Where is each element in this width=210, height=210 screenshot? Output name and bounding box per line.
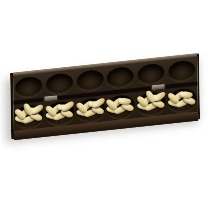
pit-bottom-3[interactable] (76, 97, 105, 123)
oware-board (10, 53, 200, 139)
pit-top-1[interactable] (15, 76, 42, 99)
pit-top-4[interactable] (107, 66, 134, 89)
pit-bottom-1[interactable] (14, 103, 43, 129)
pit-top-2[interactable] (46, 72, 73, 95)
pit-bottom-6[interactable] (168, 87, 197, 113)
pit-bottom-4[interactable] (106, 94, 135, 120)
pit-top-6[interactable] (168, 60, 195, 83)
pit-bottom-2[interactable] (45, 100, 74, 126)
pit-bottom-5[interactable] (137, 90, 166, 116)
photo-background (0, 0, 210, 210)
pit-top-3[interactable] (76, 69, 103, 92)
